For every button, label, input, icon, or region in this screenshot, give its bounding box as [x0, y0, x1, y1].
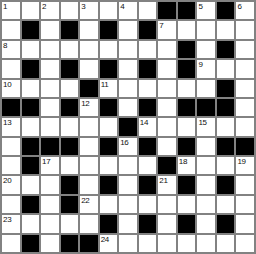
cell-r2c12[interactable]	[236, 41, 254, 58]
cell-r2c5[interactable]	[100, 41, 118, 58]
clue-number-10: 10	[3, 80, 11, 89]
black-cell-r5c11	[217, 99, 235, 116]
black-cell-r3c5	[100, 60, 118, 77]
black-cell-r5c7	[139, 99, 157, 116]
cell-r3c2[interactable]	[41, 60, 59, 77]
cell-r9c8[interactable]: 21	[158, 176, 176, 193]
cell-r0c2[interactable]: 2	[41, 2, 59, 19]
black-cell-r7c2	[41, 138, 59, 155]
black-cell-r0c9	[178, 2, 196, 19]
cell-r6c12[interactable]	[236, 118, 254, 135]
cell-r2c4[interactable]	[80, 41, 98, 58]
cell-r8c4[interactable]	[80, 157, 98, 174]
black-cell-r5c9	[178, 99, 196, 116]
black-cell-r7c5	[100, 138, 118, 155]
black-cell-r12c4	[80, 235, 98, 252]
cell-r4c0[interactable]: 10	[2, 80, 20, 97]
cell-r2c7[interactable]	[139, 41, 157, 58]
clue-number-18: 18	[179, 157, 187, 166]
crossword-grid: 123456789101112131415161718192021222324	[0, 0, 256, 254]
clue-number-20: 20	[3, 176, 11, 185]
clue-number-3: 3	[81, 2, 85, 11]
cell-r9c0[interactable]: 20	[2, 176, 20, 193]
cell-r3c4[interactable]	[80, 60, 98, 77]
cell-r4c9[interactable]	[178, 80, 196, 97]
cell-r12c7[interactable]	[139, 235, 157, 252]
clue-number-13: 13	[3, 118, 11, 127]
cell-r1c6[interactable]	[119, 21, 137, 38]
cell-r8c9[interactable]: 18	[178, 157, 196, 174]
black-cell-r11c5	[100, 215, 118, 232]
cell-r0c0[interactable]: 1	[2, 2, 20, 19]
cell-r10c5[interactable]	[100, 196, 118, 213]
cell-r0c6[interactable]: 4	[119, 2, 137, 19]
cell-r0c7[interactable]	[139, 2, 157, 19]
cell-r11c3[interactable]	[61, 215, 79, 232]
cell-r0c1[interactable]	[22, 2, 40, 19]
black-cell-r7c1	[22, 138, 40, 155]
black-cell-r0c11	[217, 2, 235, 19]
cell-r9c4[interactable]	[80, 176, 98, 193]
black-cell-r9c7	[139, 176, 157, 193]
cell-r4c12[interactable]	[236, 80, 254, 97]
cell-r0c12[interactable]: 6	[236, 2, 254, 19]
cell-r6c9[interactable]	[178, 118, 196, 135]
clue-number-8: 8	[3, 41, 7, 50]
clue-number-24: 24	[101, 235, 109, 244]
black-cell-r1c3	[61, 21, 79, 38]
cell-r7c4[interactable]	[80, 138, 98, 155]
clue-number-19: 19	[237, 157, 245, 166]
clue-number-5: 5	[198, 2, 202, 11]
clue-number-14: 14	[140, 118, 148, 127]
cell-r7c10[interactable]	[197, 138, 215, 155]
cell-r9c1[interactable]	[22, 176, 40, 193]
cell-r1c11[interactable]	[217, 21, 235, 38]
cell-r5c6[interactable]	[119, 99, 137, 116]
cell-r11c4[interactable]	[80, 215, 98, 232]
clue-number-12: 12	[81, 99, 89, 108]
black-cell-r7c11	[217, 138, 235, 155]
cell-r10c10[interactable]	[197, 196, 215, 213]
cell-r0c5[interactable]	[100, 2, 118, 19]
black-cell-r8c1	[22, 157, 40, 174]
cell-r12c9[interactable]	[178, 235, 196, 252]
black-cell-r5c1	[22, 99, 40, 116]
clue-number-23: 23	[3, 215, 11, 224]
black-cell-r6c6	[119, 118, 137, 135]
cell-r9c10[interactable]	[197, 176, 215, 193]
black-cell-r5c0	[2, 99, 20, 116]
black-cell-r9c5	[100, 176, 118, 193]
cell-r11c2[interactable]	[41, 215, 59, 232]
cell-r6c7[interactable]: 14	[139, 118, 157, 135]
cell-r1c10[interactable]	[197, 21, 215, 38]
cell-r12c11[interactable]	[217, 235, 235, 252]
black-cell-r5c10	[197, 99, 215, 116]
black-cell-r1c5	[100, 21, 118, 38]
cell-r1c12[interactable]	[236, 21, 254, 38]
cell-r1c8[interactable]: 7	[158, 21, 176, 38]
cell-r0c10[interactable]: 5	[197, 2, 215, 19]
black-cell-r3c3	[61, 60, 79, 77]
cell-r11c0[interactable]: 23	[2, 215, 20, 232]
cell-r3c10[interactable]: 9	[197, 60, 215, 77]
cell-r6c10[interactable]: 15	[197, 118, 215, 135]
black-cell-r0c8	[158, 2, 176, 19]
black-cell-r4c4	[80, 80, 98, 97]
cell-r4c8[interactable]	[158, 80, 176, 97]
black-cell-r1c7	[139, 21, 157, 38]
cell-r10c9[interactable]	[178, 196, 196, 213]
cell-r7c8[interactable]	[158, 138, 176, 155]
black-cell-r2c11	[217, 41, 235, 58]
cell-r10c8[interactable]	[158, 196, 176, 213]
cell-r2c6[interactable]	[119, 41, 137, 58]
cell-r4c7[interactable]	[139, 80, 157, 97]
cell-r8c7[interactable]	[139, 157, 157, 174]
black-cell-r11c9	[178, 215, 196, 232]
cell-r7c6[interactable]: 16	[119, 138, 137, 155]
black-cell-r9c9	[178, 176, 196, 193]
cell-r4c1[interactable]	[22, 80, 40, 97]
cell-r6c11[interactable]	[217, 118, 235, 135]
cell-r12c12[interactable]	[236, 235, 254, 252]
cell-r6c0[interactable]: 13	[2, 118, 20, 135]
cell-r11c1[interactable]	[22, 215, 40, 232]
cell-r5c12[interactable]	[236, 99, 254, 116]
clue-number-22: 22	[81, 196, 89, 205]
black-cell-r9c11	[217, 176, 235, 193]
cell-r3c8[interactable]	[158, 60, 176, 77]
black-cell-r12c3	[61, 235, 79, 252]
black-cell-r3c7	[139, 60, 157, 77]
cell-r0c4[interactable]: 3	[80, 2, 98, 19]
cell-r3c0[interactable]	[2, 60, 20, 77]
clue-number-7: 7	[159, 21, 163, 30]
cell-r8c12[interactable]: 19	[236, 157, 254, 174]
cell-r5c2[interactable]	[41, 99, 59, 116]
black-cell-r5c5	[100, 99, 118, 116]
cell-r8c11[interactable]	[217, 157, 235, 174]
black-cell-r12c1	[22, 235, 40, 252]
cell-r12c5[interactable]: 24	[100, 235, 118, 252]
cell-r2c2[interactable]	[41, 41, 59, 58]
clue-number-4: 4	[120, 2, 124, 11]
cell-r4c2[interactable]	[41, 80, 59, 97]
cell-r10c6[interactable]	[119, 196, 137, 213]
clue-number-15: 15	[198, 118, 206, 127]
cell-r2c0[interactable]: 8	[2, 41, 20, 58]
clue-number-2: 2	[42, 2, 46, 11]
cell-r8c2[interactable]: 17	[41, 157, 59, 174]
cell-r9c2[interactable]	[41, 176, 59, 193]
cell-r2c8[interactable]	[158, 41, 176, 58]
cell-r2c1[interactable]	[22, 41, 40, 58]
clue-number-9: 9	[198, 60, 202, 69]
cell-r11c12[interactable]	[236, 215, 254, 232]
cell-r12c8[interactable]	[158, 235, 176, 252]
black-cell-r7c7	[139, 138, 157, 155]
black-cell-r7c12	[236, 138, 254, 155]
black-cell-r7c9	[178, 138, 196, 155]
clue-number-11: 11	[101, 80, 109, 89]
clue-number-1: 1	[3, 2, 7, 11]
cell-r11c8[interactable]	[158, 215, 176, 232]
black-cell-r11c7	[139, 215, 157, 232]
cell-r4c3[interactable]	[61, 80, 79, 97]
cell-r12c0[interactable]	[2, 235, 20, 252]
cell-r10c2[interactable]	[41, 196, 59, 213]
cell-r11c10[interactable]	[197, 215, 215, 232]
cell-r6c3[interactable]	[61, 118, 79, 135]
black-cell-r11c11	[217, 215, 235, 232]
cell-r12c6[interactable]	[119, 235, 137, 252]
cell-r5c8[interactable]	[158, 99, 176, 116]
black-cell-r5c3	[61, 99, 79, 116]
cell-r4c6[interactable]	[119, 80, 137, 97]
cell-r3c6[interactable]	[119, 60, 137, 77]
cell-r8c0[interactable]	[2, 157, 20, 174]
cell-r4c10[interactable]	[197, 80, 215, 97]
cell-r8c10[interactable]	[197, 157, 215, 174]
cell-r11c6[interactable]	[119, 215, 137, 232]
cell-r10c0[interactable]	[2, 196, 20, 213]
cell-r1c9[interactable]	[178, 21, 196, 38]
cell-r8c6[interactable]	[119, 157, 137, 174]
cell-r2c3[interactable]	[61, 41, 79, 58]
clue-number-17: 17	[42, 157, 50, 166]
cell-r9c12[interactable]	[236, 176, 254, 193]
black-cell-r8c8	[158, 157, 176, 174]
cell-r3c11[interactable]	[217, 60, 235, 77]
cell-r12c10[interactable]	[197, 235, 215, 252]
cell-r5c4[interactable]: 12	[80, 99, 98, 116]
cell-r6c2[interactable]	[41, 118, 59, 135]
black-cell-r7c3	[61, 138, 79, 155]
cell-r6c8[interactable]	[158, 118, 176, 135]
cell-r4c5[interactable]: 11	[100, 80, 118, 97]
black-cell-r1c1	[22, 21, 40, 38]
cell-r8c5[interactable]	[100, 157, 118, 174]
cell-r10c11[interactable]	[217, 196, 235, 213]
cell-r8c3[interactable]	[61, 157, 79, 174]
cell-r7c0[interactable]	[2, 138, 20, 155]
cell-r6c1[interactable]	[22, 118, 40, 135]
cell-r10c4[interactable]: 22	[80, 196, 98, 213]
black-cell-r10c1	[22, 196, 40, 213]
cell-r10c12[interactable]	[236, 196, 254, 213]
cell-r2c10[interactable]	[197, 41, 215, 58]
cell-r3c12[interactable]	[236, 60, 254, 77]
black-cell-r3c1	[22, 60, 40, 77]
cell-r10c7[interactable]	[139, 196, 157, 213]
clue-number-21: 21	[159, 176, 167, 185]
cell-r1c0[interactable]	[2, 21, 20, 38]
black-cell-r4c11	[217, 80, 235, 97]
clue-number-16: 16	[120, 138, 128, 147]
black-cell-r10c3	[61, 196, 79, 213]
cell-r6c4[interactable]	[80, 118, 98, 135]
black-cell-r2c9	[178, 41, 196, 58]
cell-r9c6[interactable]	[119, 176, 137, 193]
cell-r6c5[interactable]	[100, 118, 118, 135]
cell-r12c2[interactable]	[41, 235, 59, 252]
cell-r1c4[interactable]	[80, 21, 98, 38]
cell-r1c2[interactable]	[41, 21, 59, 38]
clue-number-6: 6	[237, 2, 241, 11]
cell-r0c3[interactable]	[61, 2, 79, 19]
black-cell-r3c9	[178, 60, 196, 77]
black-cell-r9c3	[61, 176, 79, 193]
